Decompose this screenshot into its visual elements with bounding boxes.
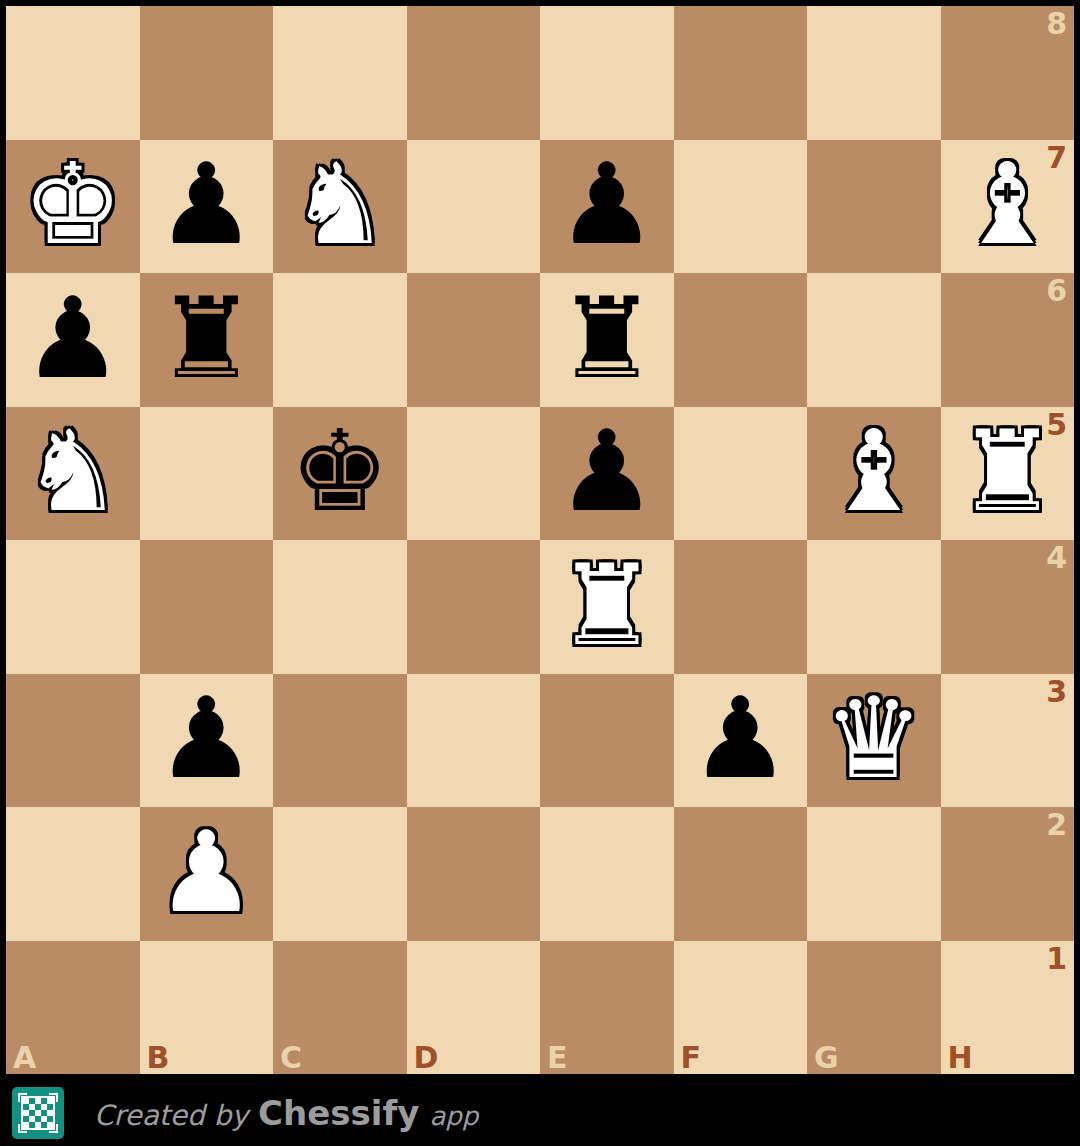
white-knight[interactable]: ♞ [23,415,123,527]
black-king[interactable]: ♚ [290,415,390,527]
viewfinder-corner-icon [49,1093,58,1102]
square-d8[interactable] [407,6,541,140]
square-a7[interactable]: ♚ [6,140,140,274]
white-rook[interactable]: ♜ [957,415,1057,527]
square-h5[interactable]: 5♜ [941,407,1075,541]
viewfinder-corner-icon [18,1124,27,1133]
viewfinder-corner-icon [49,1124,58,1133]
square-g1[interactable]: G [807,941,941,1075]
square-b2[interactable]: ♟ [140,807,274,941]
file-label-d: D [414,1043,439,1073]
file-label-c: C [280,1043,302,1073]
square-f2[interactable] [674,807,808,941]
file-label-f: F [681,1043,702,1073]
square-e8[interactable] [540,6,674,140]
black-pawn[interactable]: ♟ [156,682,256,794]
rank-label-4: 4 [1046,543,1067,573]
square-b4[interactable] [140,540,274,674]
square-a3[interactable] [6,674,140,808]
credit-suffix: app [429,1101,478,1131]
square-a4[interactable] [6,540,140,674]
black-rook[interactable]: ♜ [156,282,256,394]
square-g6[interactable] [807,273,941,407]
square-d3[interactable] [407,674,541,808]
credit-prefix: Created by [94,1099,248,1132]
black-pawn[interactable]: ♟ [690,682,790,794]
file-label-h: H [948,1043,973,1073]
rank-label-2: 2 [1046,810,1067,840]
file-label-g: G [814,1043,839,1073]
square-a6[interactable]: ♟ [6,273,140,407]
credit-text: Created by Chessify app [94,1093,478,1133]
black-pawn[interactable]: ♟ [557,148,657,260]
square-h7[interactable]: 7♝ [941,140,1075,274]
chessify-logo-icon [12,1087,64,1139]
footer-credit-bar: Created by Chessify app [0,1080,1080,1146]
white-bishop[interactable]: ♝ [824,415,924,527]
black-pawn[interactable]: ♟ [156,148,256,260]
square-f5[interactable] [674,407,808,541]
square-g4[interactable] [807,540,941,674]
square-f6[interactable] [674,273,808,407]
square-b3[interactable]: ♟ [140,674,274,808]
chessify-diagram: 8♚♟♞♟7♝♟♜♜6♞♚♟♝5♜♜4♟♟♛3♟2ABCDEFGH1 Creat… [0,0,1080,1146]
black-pawn[interactable]: ♟ [23,282,123,394]
square-b7[interactable]: ♟ [140,140,274,274]
board-grid: 8♚♟♞♟7♝♟♜♜6♞♚♟♝5♜♜4♟♟♛3♟2ABCDEFGH1 [6,6,1074,1074]
square-h4[interactable]: 4 [941,540,1075,674]
square-e7[interactable]: ♟ [540,140,674,274]
square-g2[interactable] [807,807,941,941]
square-e3[interactable] [540,674,674,808]
white-queen[interactable]: ♛ [824,682,924,794]
white-rook[interactable]: ♜ [557,549,657,661]
square-e4[interactable]: ♜ [540,540,674,674]
square-c5[interactable]: ♚ [273,407,407,541]
rank-label-1: 1 [1046,944,1067,974]
square-f1[interactable]: F [674,941,808,1075]
square-h6[interactable]: 6 [941,273,1075,407]
square-c3[interactable] [273,674,407,808]
rank-label-3: 3 [1046,677,1067,707]
square-b5[interactable] [140,407,274,541]
square-c6[interactable] [273,273,407,407]
square-c7[interactable]: ♞ [273,140,407,274]
square-a2[interactable] [6,807,140,941]
square-e2[interactable] [540,807,674,941]
square-g5[interactable]: ♝ [807,407,941,541]
square-f8[interactable] [674,6,808,140]
square-b1[interactable]: B [140,941,274,1075]
square-e5[interactable]: ♟ [540,407,674,541]
chess-board: 8♚♟♞♟7♝♟♜♜6♞♚♟♝5♜♜4♟♟♛3♟2ABCDEFGH1 [0,0,1080,1080]
square-b8[interactable] [140,6,274,140]
rank-label-8: 8 [1046,9,1067,39]
square-a8[interactable] [6,6,140,140]
rank-label-6: 6 [1046,276,1067,306]
square-h3[interactable]: 3 [941,674,1075,808]
square-d6[interactable] [407,273,541,407]
square-d1[interactable]: D [407,941,541,1075]
square-h8[interactable]: 8 [941,6,1075,140]
square-d7[interactable] [407,140,541,274]
square-c4[interactable] [273,540,407,674]
square-d5[interactable] [407,407,541,541]
square-a5[interactable]: ♞ [6,407,140,541]
square-d4[interactable] [407,540,541,674]
black-pawn[interactable]: ♟ [557,415,657,527]
file-label-e: E [547,1043,568,1073]
square-c1[interactable]: C [273,941,407,1075]
white-king[interactable]: ♚ [23,148,123,260]
square-h1[interactable]: H1 [941,941,1075,1075]
square-e1[interactable]: E [540,941,674,1075]
file-label-a: A [13,1043,36,1073]
square-e6[interactable]: ♜ [540,273,674,407]
square-g3[interactable]: ♛ [807,674,941,808]
square-c2[interactable] [273,807,407,941]
square-f4[interactable] [674,540,808,674]
file-label-b: B [147,1043,170,1073]
white-knight[interactable]: ♞ [290,148,390,260]
white-bishop[interactable]: ♝ [957,148,1057,260]
square-b6[interactable]: ♜ [140,273,274,407]
black-rook[interactable]: ♜ [557,282,657,394]
brand-name: Chessify [258,1093,419,1133]
square-c8[interactable] [273,6,407,140]
square-g8[interactable] [807,6,941,140]
square-h2[interactable]: 2 [941,807,1075,941]
square-d2[interactable] [407,807,541,941]
square-f7[interactable] [674,140,808,274]
white-pawn[interactable]: ♟ [156,816,256,928]
square-a1[interactable]: A [6,941,140,1075]
square-g7[interactable] [807,140,941,274]
square-f3[interactable]: ♟ [674,674,808,808]
viewfinder-corner-icon [18,1093,27,1102]
